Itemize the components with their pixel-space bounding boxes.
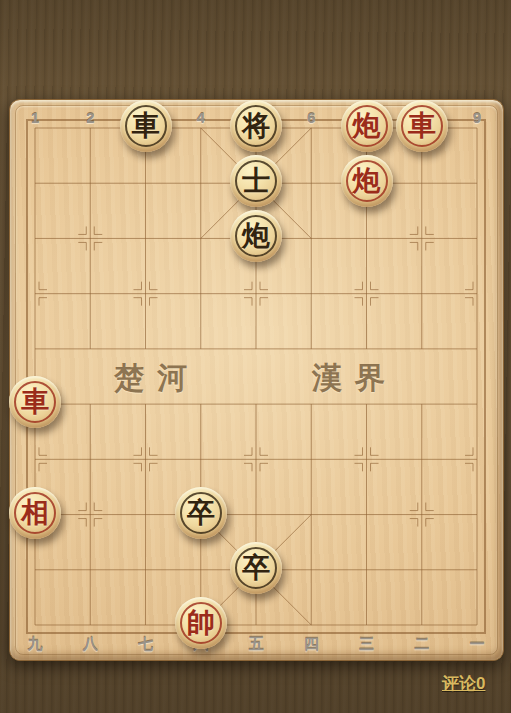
red-general-glyph: 帥 [187,609,215,637]
black-chariot[interactable]: 車 [120,100,172,152]
black-advisor[interactable]: 士 [230,155,282,207]
red-elephant[interactable]: 相 [9,487,61,539]
xiangqi-app: 123456789 九八七六五四三二一 楚河 漢界 車将炮車士炮炮車相卒卒帥 评… [0,0,511,713]
red-cannon-glyph: 炮 [353,167,381,195]
black-general-glyph: 将 [242,112,270,140]
black-cannon-glyph: 炮 [242,222,270,250]
black-soldier[interactable]: 卒 [230,542,282,594]
red-general[interactable]: 帥 [175,597,227,649]
red-cannon[interactable]: 炮 [341,100,393,152]
black-cannon[interactable]: 炮 [230,210,282,262]
red-cannon[interactable]: 炮 [341,155,393,207]
black-soldier[interactable]: 卒 [175,487,227,539]
red-cannon-glyph: 炮 [353,112,381,140]
red-chariot[interactable]: 車 [9,376,61,428]
black-soldier-glyph: 卒 [242,554,270,582]
black-soldier-glyph: 卒 [187,499,215,527]
red-chariot-glyph: 車 [21,388,49,416]
black-chariot-glyph: 車 [132,112,160,140]
black-general[interactable]: 将 [230,100,282,152]
red-chariot-glyph: 車 [408,112,436,140]
pieces-grid: 車将炮車士炮炮車相卒卒帥 [7,100,504,652]
black-advisor-glyph: 士 [242,167,270,195]
red-chariot[interactable]: 車 [396,100,448,152]
comments-link[interactable]: 评论0 [442,672,485,695]
red-elephant-glyph: 相 [21,499,49,527]
